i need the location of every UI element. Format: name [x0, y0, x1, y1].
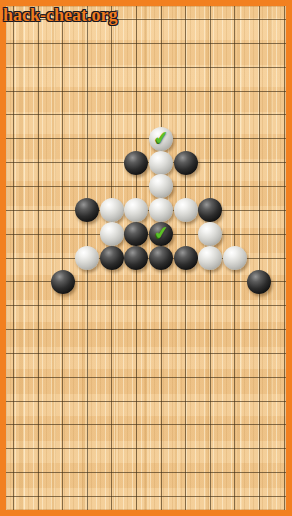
- stone-grid: ✔✔: [6, 8, 286, 509]
- last-move-check-icon: ✔: [152, 223, 169, 243]
- last-move-check-icon: ✔: [152, 128, 169, 148]
- stone-white: [149, 174, 173, 198]
- stone-white: [75, 246, 99, 270]
- stone-white: [149, 198, 173, 222]
- stone-black: [174, 246, 198, 270]
- watermark: hack-cheat.org: [3, 5, 117, 26]
- stone-black: [75, 198, 99, 222]
- stone-black: [100, 246, 124, 270]
- stone-white: [100, 198, 124, 222]
- stone-black: [124, 222, 148, 246]
- stone-black: [198, 198, 222, 222]
- stone-black: [174, 151, 198, 175]
- stone-white: [174, 198, 198, 222]
- stone-white: [198, 246, 222, 270]
- stone-white: [100, 222, 124, 246]
- screenshot-frame: ✔✔ hack-cheat.org: [0, 0, 292, 516]
- stone-white: ✔: [149, 127, 173, 151]
- stone-white: [198, 222, 222, 246]
- stone-black: [247, 270, 271, 294]
- stone-black: [124, 151, 148, 175]
- stone-black: ✔: [149, 222, 173, 246]
- gomoku-board[interactable]: ✔✔: [6, 6, 286, 510]
- stone-white: [223, 246, 247, 270]
- stone-white: [149, 151, 173, 175]
- stone-white: [124, 198, 148, 222]
- stone-black: [149, 246, 173, 270]
- stone-black: [124, 246, 148, 270]
- stone-black: [51, 270, 75, 294]
